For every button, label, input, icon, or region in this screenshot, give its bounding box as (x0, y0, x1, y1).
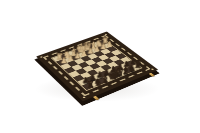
product-photo-scene: ♜♞♝♚♛♝♞♜♟♟♟♟♟♟♟♟♟♟♟♟♟♟♟♟♜♞♝♚♛♝♞♜ (0, 0, 200, 133)
board-grid: ♜♞♝♚♛♝♞♜♟♟♟♟♟♟♟♟♟♟♟♟♟♟♟♟♜♞♝♚♛♝♞♜ (52, 40, 141, 90)
border-corner-motif (104, 33, 108, 35)
border-corner-motif (150, 68, 154, 71)
border-corner-motif (82, 96, 87, 99)
